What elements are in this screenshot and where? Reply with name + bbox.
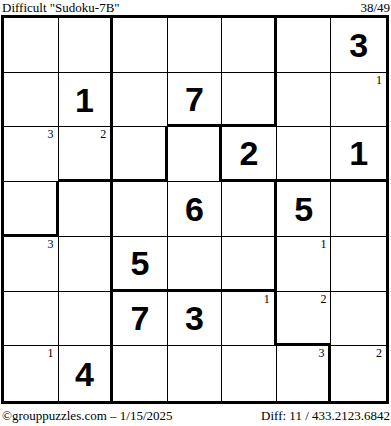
puzzle-page: Difficult "Sudoku-7B" 38/49 317132216535…: [0, 0, 391, 426]
sudoku-cell-r2c5[interactable]: [222, 73, 277, 128]
sudoku-cell-r3c3[interactable]: [113, 127, 168, 182]
corner-mark: 3: [48, 127, 54, 141]
sudoku-cell-r1c7[interactable]: 3: [331, 18, 386, 73]
sudoku-cell-r2c2[interactable]: 1: [59, 73, 114, 128]
given-digit: 3: [185, 301, 204, 335]
given-digit: 1: [349, 136, 368, 170]
sudoku-cell-r7c6[interactable]: 3: [277, 346, 332, 401]
sudoku-cell-r6c7[interactable]: [331, 292, 386, 347]
sudoku-cell-r7c3[interactable]: [113, 346, 168, 401]
corner-mark: 1: [264, 292, 270, 306]
sudoku-cell-r3c5[interactable]: 2: [222, 127, 277, 182]
sudoku-cell-r6c4[interactable]: 3: [168, 292, 223, 347]
sudoku-cell-r4c2[interactable]: [59, 182, 114, 237]
sudoku-cell-r3c6[interactable]: [277, 127, 332, 182]
sudoku-cell-r4c4[interactable]: 6: [168, 182, 223, 237]
sudoku-cell-r4c3[interactable]: [113, 182, 168, 237]
sudoku-board: 317132216535173121432: [1, 15, 389, 404]
sudoku-cell-r2c4[interactable]: 7: [168, 73, 223, 128]
sudoku-cell-r5c6[interactable]: 1: [277, 237, 332, 292]
sudoku-cell-r3c4[interactable]: [168, 127, 223, 182]
given-digit: 7: [185, 82, 204, 116]
sudoku-cell-r5c7[interactable]: [331, 237, 386, 292]
given-digit: 5: [130, 246, 149, 280]
sudoku-cell-r2c7[interactable]: 1: [331, 73, 386, 128]
puzzle-number: 38/49: [360, 0, 390, 16]
given-digit: 2: [240, 136, 259, 170]
given-digit: 4: [75, 357, 94, 391]
difficulty-text: Diff: 11 / 433.2123.6842: [261, 408, 390, 424]
sudoku-cell-r3c1[interactable]: 3: [4, 127, 59, 182]
corner-mark: 3: [48, 237, 54, 251]
corner-mark: 2: [320, 292, 326, 306]
sudoku-cell-r6c6[interactable]: 2: [277, 292, 332, 347]
sudoku-cell-r5c1[interactable]: 3: [4, 237, 59, 292]
given-digit: 7: [130, 301, 149, 335]
sudoku-cell-r1c1[interactable]: [4, 18, 59, 73]
sudoku-cell-r7c1[interactable]: 1: [4, 346, 59, 401]
given-digit: 6: [185, 192, 204, 226]
corner-mark: 1: [376, 73, 382, 87]
sudoku-cell-r6c3[interactable]: 7: [113, 292, 168, 347]
given-digit: 5: [294, 192, 313, 226]
sudoku-cell-r4c1[interactable]: [4, 182, 59, 237]
sudoku-cell-r6c5[interactable]: 1: [222, 292, 277, 347]
sudoku-cell-r6c2[interactable]: [59, 292, 114, 347]
corner-mark: 1: [48, 346, 54, 360]
sudoku-cell-r7c5[interactable]: [222, 346, 277, 401]
sudoku-cell-r2c1[interactable]: [4, 73, 59, 128]
sudoku-cell-r5c4[interactable]: [168, 237, 223, 292]
corner-mark: 3: [318, 346, 324, 360]
sudoku-cell-r3c2[interactable]: 2: [59, 127, 114, 182]
sudoku-cell-r7c4[interactable]: [168, 346, 223, 401]
sudoku-cell-r1c4[interactable]: [168, 18, 223, 73]
sudoku-cell-r2c3[interactable]: [113, 73, 168, 128]
sudoku-cell-r2c6[interactable]: [277, 73, 332, 128]
sudoku-cell-r5c2[interactable]: [59, 237, 114, 292]
sudoku-cell-r7c2[interactable]: 4: [59, 346, 114, 401]
given-digit: 1: [75, 83, 94, 117]
sudoku-cell-r4c7[interactable]: [331, 182, 386, 237]
given-digit: 3: [349, 28, 368, 62]
page-title: Difficult "Sudoku-7B": [2, 0, 120, 16]
sudoku-cell-r1c2[interactable]: [59, 18, 114, 73]
copyright-text: ©grouppuzzles.com – 1/15/2025: [2, 408, 173, 424]
sudoku-cell-r7c7[interactable]: 2: [331, 346, 386, 401]
sudoku-cell-r1c3[interactable]: [113, 18, 168, 73]
corner-mark: 2: [376, 346, 382, 360]
sudoku-cell-r4c5[interactable]: [222, 182, 277, 237]
corner-mark: 2: [100, 127, 106, 141]
sudoku-cell-r5c5[interactable]: [222, 237, 277, 292]
sudoku-cell-r1c6[interactable]: [277, 18, 332, 73]
sudoku-cell-r5c3[interactable]: 5: [113, 237, 168, 292]
sudoku-cell-r1c5[interactable]: [222, 18, 277, 73]
sudoku-cell-r6c1[interactable]: [4, 292, 59, 347]
corner-mark: 1: [320, 237, 326, 251]
sudoku-cell-r3c7[interactable]: 1: [331, 127, 386, 182]
sudoku-cell-r4c6[interactable]: 5: [277, 182, 332, 237]
